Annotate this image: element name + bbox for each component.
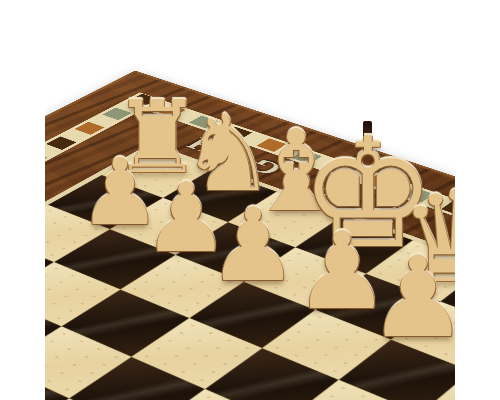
photo-canvas: HGFEDCBA ♜♞♝♚♛♟♟♟♟♟ xyxy=(0,0,500,400)
king-finial xyxy=(363,121,372,144)
photo-crop-white-right xyxy=(455,0,500,400)
chess-board: HGFEDCBA xyxy=(0,71,500,400)
photo-crop-white-left xyxy=(0,0,45,400)
